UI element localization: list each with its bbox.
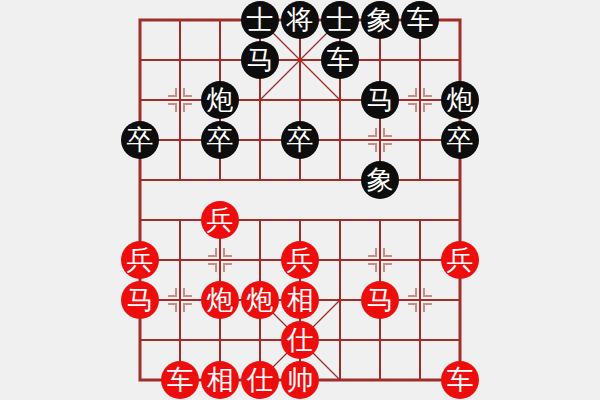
black-pawn[interactable]: 卒 [121,121,159,159]
xiangqi-app: 士将士象车马车炮马炮卒卒卒卒象兵兵兵兵马炮炮相马仕车相仕帅车 [0,0,600,400]
black-rook[interactable]: 车 [321,41,359,79]
black-elephant[interactable]: 象 [361,1,399,39]
red-rook[interactable]: 车 [441,361,479,399]
red-pawn[interactable]: 兵 [281,241,319,279]
red-horse[interactable]: 马 [361,281,399,319]
black-advisor[interactable]: 士 [241,1,279,39]
xiangqi-board[interactable]: 士将士象车马车炮马炮卒卒卒卒象兵兵兵兵马炮炮相马仕车相仕帅车 [0,0,600,400]
black-pawn[interactable]: 卒 [201,121,239,159]
red-king[interactable]: 帅 [281,361,319,399]
black-cannon[interactable]: 炮 [441,81,479,119]
black-horse[interactable]: 马 [241,41,279,79]
black-pawn[interactable]: 卒 [281,121,319,159]
red-cannon[interactable]: 炮 [201,281,239,319]
black-king[interactable]: 将 [281,1,319,39]
red-advisor[interactable]: 仕 [241,361,279,399]
red-horse[interactable]: 马 [121,281,159,319]
red-pawn[interactable]: 兵 [201,201,239,239]
black-cannon[interactable]: 炮 [201,81,239,119]
red-elephant[interactable]: 相 [281,281,319,319]
red-pawn[interactable]: 兵 [121,241,159,279]
red-rook[interactable]: 车 [161,361,199,399]
red-elephant[interactable]: 相 [201,361,239,399]
black-advisor[interactable]: 士 [321,1,359,39]
red-advisor[interactable]: 仕 [281,321,319,359]
black-elephant[interactable]: 象 [361,161,399,199]
red-cannon[interactable]: 炮 [241,281,279,319]
black-rook[interactable]: 车 [401,1,439,39]
red-pawn[interactable]: 兵 [441,241,479,279]
black-horse[interactable]: 马 [361,81,399,119]
black-pawn[interactable]: 卒 [441,121,479,159]
